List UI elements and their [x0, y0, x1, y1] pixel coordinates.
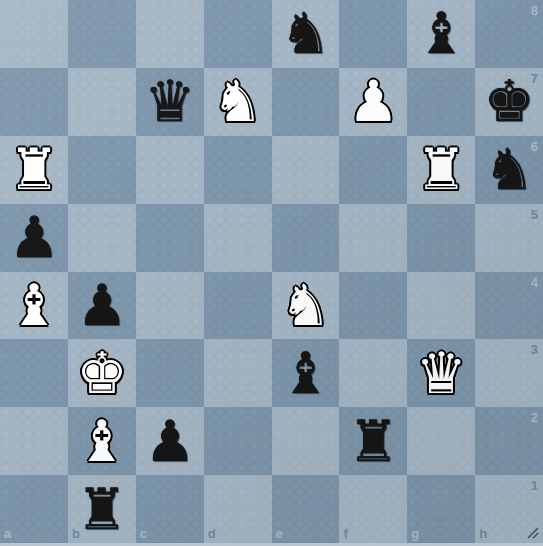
piece-black-pawn[interactable]: ♟: [0, 204, 68, 272]
file-label-g: g: [411, 526, 419, 541]
piece-black-knight[interactable]: ♞: [475, 136, 543, 204]
piece-black-bishop[interactable]: ♝: [407, 0, 475, 68]
piece-black-king[interactable]: ♚: [475, 68, 543, 136]
square-h8[interactable]: 8: [475, 0, 543, 68]
square-a2[interactable]: [0, 407, 68, 475]
square-b8[interactable]: [68, 0, 136, 68]
piece-white-king[interactable]: ♚: [68, 339, 136, 407]
rank-label-1: 1: [531, 478, 538, 493]
square-d2[interactable]: [204, 407, 272, 475]
square-d5[interactable]: [204, 204, 272, 272]
piece-white-bishop[interactable]: ♝: [0, 272, 68, 340]
piece-black-knight[interactable]: ♞: [272, 0, 340, 68]
square-g5[interactable]: [407, 204, 475, 272]
square-g4[interactable]: [407, 272, 475, 340]
chess-board: ♞♝8♛♞♟7♚♜♜6♞♟5♝♟♞4♚♝♛3♝♟♜2ab♜cdefg1h: [0, 0, 543, 543]
square-g8[interactable]: ♝: [407, 0, 475, 68]
square-f3[interactable]: [339, 339, 407, 407]
file-label-d: d: [208, 526, 216, 541]
rank-label-4: 4: [531, 275, 538, 290]
square-g2[interactable]: [407, 407, 475, 475]
piece-black-rook[interactable]: ♜: [339, 407, 407, 475]
piece-black-bishop[interactable]: ♝: [272, 339, 340, 407]
square-h2[interactable]: 2: [475, 407, 543, 475]
square-e8[interactable]: ♞: [272, 0, 340, 68]
file-label-h: h: [479, 526, 487, 541]
square-b6[interactable]: [68, 136, 136, 204]
piece-white-pawn[interactable]: ♟: [339, 68, 407, 136]
rank-label-3: 3: [531, 342, 538, 357]
square-a3[interactable]: [0, 339, 68, 407]
square-h5[interactable]: 5: [475, 204, 543, 272]
file-label-e: e: [276, 526, 283, 541]
file-label-f: f: [343, 526, 347, 541]
square-g7[interactable]: [407, 68, 475, 136]
square-d6[interactable]: [204, 136, 272, 204]
square-g3[interactable]: ♛: [407, 339, 475, 407]
piece-black-pawn[interactable]: ♟: [136, 407, 204, 475]
piece-black-queen[interactable]: ♛: [136, 68, 204, 136]
square-a5[interactable]: ♟: [0, 204, 68, 272]
square-d1[interactable]: d: [204, 475, 272, 543]
square-f1[interactable]: f: [339, 475, 407, 543]
square-e7[interactable]: [272, 68, 340, 136]
square-c2[interactable]: ♟: [136, 407, 204, 475]
square-d8[interactable]: [204, 0, 272, 68]
square-b4[interactable]: ♟: [68, 272, 136, 340]
piece-white-rook[interactable]: ♜: [0, 136, 68, 204]
file-label-a: a: [4, 526, 11, 541]
piece-white-knight[interactable]: ♞: [272, 272, 340, 340]
square-d7[interactable]: ♞: [204, 68, 272, 136]
square-c1[interactable]: c: [136, 475, 204, 543]
board-resize-handle-icon[interactable]: [525, 525, 541, 541]
piece-white-rook[interactable]: ♜: [407, 136, 475, 204]
piece-white-queen[interactable]: ♛: [407, 339, 475, 407]
square-d4[interactable]: [204, 272, 272, 340]
square-h7[interactable]: 7♚: [475, 68, 543, 136]
chess-board-page: ♞♝8♛♞♟7♚♜♜6♞♟5♝♟♞4♚♝♛3♝♟♜2ab♜cdefg1h: [0, 0, 543, 546]
square-b1[interactable]: b♜: [68, 475, 136, 543]
square-a7[interactable]: [0, 68, 68, 136]
square-b7[interactable]: [68, 68, 136, 136]
square-e5[interactable]: [272, 204, 340, 272]
rank-label-8: 8: [531, 3, 538, 18]
square-b5[interactable]: [68, 204, 136, 272]
square-a1[interactable]: a: [0, 475, 68, 543]
square-b2[interactable]: ♝: [68, 407, 136, 475]
square-f6[interactable]: [339, 136, 407, 204]
square-g1[interactable]: g: [407, 475, 475, 543]
square-f5[interactable]: [339, 204, 407, 272]
square-e4[interactable]: ♞: [272, 272, 340, 340]
square-c5[interactable]: [136, 204, 204, 272]
square-c6[interactable]: [136, 136, 204, 204]
square-f2[interactable]: ♜: [339, 407, 407, 475]
file-label-c: c: [140, 526, 147, 541]
square-c8[interactable]: [136, 0, 204, 68]
square-c7[interactable]: ♛: [136, 68, 204, 136]
square-b3[interactable]: ♚: [68, 339, 136, 407]
square-e2[interactable]: [272, 407, 340, 475]
square-e6[interactable]: [272, 136, 340, 204]
square-f4[interactable]: [339, 272, 407, 340]
piece-black-pawn[interactable]: ♟: [68, 272, 136, 340]
square-e3[interactable]: ♝: [272, 339, 340, 407]
rank-label-5: 5: [531, 207, 538, 222]
square-a4[interactable]: ♝: [0, 272, 68, 340]
square-f8[interactable]: [339, 0, 407, 68]
square-h3[interactable]: 3: [475, 339, 543, 407]
square-h6[interactable]: 6♞: [475, 136, 543, 204]
square-a8[interactable]: [0, 0, 68, 68]
piece-white-knight[interactable]: ♞: [204, 68, 272, 136]
square-d3[interactable]: [204, 339, 272, 407]
square-c3[interactable]: [136, 339, 204, 407]
square-e1[interactable]: e: [272, 475, 340, 543]
square-h4[interactable]: 4: [475, 272, 543, 340]
square-a6[interactable]: ♜: [0, 136, 68, 204]
piece-black-rook[interactable]: ♜: [68, 475, 136, 543]
square-c4[interactable]: [136, 272, 204, 340]
square-f7[interactable]: ♟: [339, 68, 407, 136]
piece-white-bishop[interactable]: ♝: [68, 407, 136, 475]
square-g6[interactable]: ♜: [407, 136, 475, 204]
rank-label-2: 2: [531, 410, 538, 425]
